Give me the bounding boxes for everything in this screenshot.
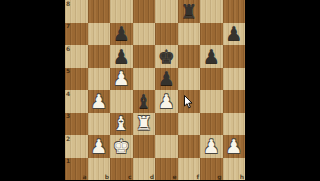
- rank-label-3: 3: [66, 113, 70, 119]
- file-label-f: f: [196, 174, 199, 180]
- square-d8[interactable]: [133, 0, 156, 23]
- square-b6[interactable]: [88, 45, 111, 68]
- square-h1[interactable]: h: [223, 158, 246, 181]
- black-rook-f8[interactable]: ♜: [178, 0, 201, 23]
- white-pawn-e4[interactable]: ♟: [155, 90, 178, 113]
- file-label-g: g: [217, 174, 221, 180]
- square-c4[interactable]: [110, 90, 133, 113]
- square-d7[interactable]: [133, 23, 156, 46]
- square-h6[interactable]: [223, 45, 246, 68]
- file-label-h: h: [240, 174, 244, 180]
- square-e1[interactable]: e: [155, 158, 178, 181]
- square-h4[interactable]: [223, 90, 246, 113]
- chess-app-viewport: 87654321abcdefgh♜♟♟♟♚♟♟♟♟♝♟♝♜♟♚♟♟: [0, 0, 320, 180]
- square-e8[interactable]: [155, 0, 178, 23]
- square-c1[interactable]: c: [110, 158, 133, 181]
- square-a4[interactable]: 4: [65, 90, 88, 113]
- rank-label-6: 6: [66, 46, 70, 52]
- square-a7[interactable]: 7: [65, 23, 88, 46]
- black-pawn-g6[interactable]: ♟: [200, 45, 223, 68]
- square-f4[interactable]: [178, 90, 201, 113]
- square-a3[interactable]: 3: [65, 113, 88, 136]
- square-f1[interactable]: f: [178, 158, 201, 181]
- square-f2[interactable]: [178, 135, 201, 158]
- white-pawn-b2[interactable]: ♟: [88, 135, 111, 158]
- rank-label-4: 4: [66, 91, 70, 97]
- black-king-e6[interactable]: ♚: [155, 45, 178, 68]
- file-label-d: d: [150, 174, 154, 180]
- square-h3[interactable]: [223, 113, 246, 136]
- black-pawn-c7[interactable]: ♟: [110, 23, 133, 46]
- square-a6[interactable]: 6: [65, 45, 88, 68]
- square-b5[interactable]: [88, 68, 111, 91]
- square-d2[interactable]: [133, 135, 156, 158]
- square-a1[interactable]: 1a: [65, 158, 88, 181]
- file-label-c: c: [128, 174, 132, 180]
- file-label-e: e: [172, 174, 176, 180]
- square-d1[interactable]: d: [133, 158, 156, 181]
- square-a8[interactable]: 8: [65, 0, 88, 23]
- chess-board[interactable]: 87654321abcdefgh♜♟♟♟♚♟♟♟♟♝♟♝♜♟♚♟♟: [65, 0, 245, 180]
- white-pawn-h2[interactable]: ♟: [223, 135, 246, 158]
- right-letterbox: [245, 0, 320, 180]
- square-b8[interactable]: [88, 0, 111, 23]
- square-f5[interactable]: [178, 68, 201, 91]
- square-g4[interactable]: [200, 90, 223, 113]
- black-bishop-d4[interactable]: ♝: [133, 90, 156, 113]
- square-f6[interactable]: [178, 45, 201, 68]
- left-letterbox: [0, 0, 65, 180]
- square-g8[interactable]: [200, 0, 223, 23]
- rank-label-8: 8: [66, 1, 70, 7]
- rank-label-7: 7: [66, 23, 70, 29]
- square-e7[interactable]: [155, 23, 178, 46]
- square-g1[interactable]: g: [200, 158, 223, 181]
- square-h5[interactable]: [223, 68, 246, 91]
- square-b3[interactable]: [88, 113, 111, 136]
- white-pawn-c5[interactable]: ♟: [110, 68, 133, 91]
- square-d6[interactable]: [133, 45, 156, 68]
- white-pawn-g2[interactable]: ♟: [200, 135, 223, 158]
- file-label-b: b: [105, 174, 109, 180]
- square-b7[interactable]: [88, 23, 111, 46]
- rank-label-1: 1: [66, 158, 70, 164]
- white-king-c2[interactable]: ♚: [110, 135, 133, 158]
- black-pawn-h7[interactable]: ♟: [223, 23, 246, 46]
- square-b1[interactable]: b: [88, 158, 111, 181]
- rank-label-2: 2: [66, 136, 70, 142]
- rank-label-5: 5: [66, 68, 70, 74]
- square-e2[interactable]: [155, 135, 178, 158]
- square-g5[interactable]: [200, 68, 223, 91]
- square-d5[interactable]: [133, 68, 156, 91]
- white-pawn-b4[interactable]: ♟: [88, 90, 111, 113]
- white-rook-d3[interactable]: ♜: [133, 113, 156, 136]
- square-f7[interactable]: [178, 23, 201, 46]
- square-h8[interactable]: [223, 0, 246, 23]
- square-c8[interactable]: [110, 0, 133, 23]
- square-e3[interactable]: [155, 113, 178, 136]
- file-label-a: a: [82, 174, 86, 180]
- square-g7[interactable]: [200, 23, 223, 46]
- square-a2[interactable]: 2: [65, 135, 88, 158]
- black-pawn-c6[interactable]: ♟: [110, 45, 133, 68]
- white-bishop-c3[interactable]: ♝: [110, 113, 133, 136]
- black-pawn-e5[interactable]: ♟: [155, 68, 178, 91]
- square-f3[interactable]: [178, 113, 201, 136]
- square-g3[interactable]: [200, 113, 223, 136]
- square-a5[interactable]: 5: [65, 68, 88, 91]
